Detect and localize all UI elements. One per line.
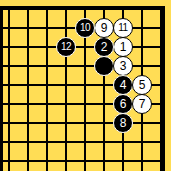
stone-black-4: 4	[113, 75, 133, 95]
grid-line-vertical-2	[46, 7, 48, 171]
stone-move-number: 2	[101, 41, 108, 53]
grid-line-vertical-3	[65, 7, 67, 171]
stone-move-number: 5	[139, 79, 146, 91]
board-edge-right	[160, 7, 165, 171]
stone-white-11: 11	[113, 18, 133, 38]
stone-black-6: 6	[113, 94, 133, 114]
grid-line-horizontal-8	[0, 160, 165, 162]
stone-move-number: 7	[139, 98, 146, 110]
grid-line-vertical-1	[27, 7, 29, 171]
stone-black-10: 10	[75, 18, 95, 38]
stone-white-7: 7	[132, 94, 152, 114]
stone-move-number: 4	[120, 79, 127, 91]
stone-move-number: 9	[101, 22, 108, 34]
stone-move-number: 8	[120, 117, 127, 129]
grid-line-horizontal-3	[0, 65, 165, 67]
stone-move-number: 3	[120, 60, 127, 72]
stone-black-hoshi-Q16	[94, 56, 114, 76]
stone-white-5: 5	[132, 75, 152, 95]
stone-move-number: 12	[61, 42, 71, 52]
go-board[interactable]: 123456789101112	[0, 0, 171, 171]
stone-white-3: 3	[113, 56, 133, 76]
stone-move-number: 11	[118, 23, 127, 33]
grid-line-horizontal-2	[0, 46, 165, 48]
diagram-crop-frame-left	[0, 6, 3, 171]
stone-white-9: 9	[94, 18, 114, 38]
board-edge-top	[0, 6, 165, 10]
grid-line-horizontal-7	[0, 141, 165, 143]
grid-line-vertical-0	[8, 7, 10, 171]
grid-line-horizontal-6	[0, 122, 165, 124]
stone-white-1: 1	[113, 37, 133, 57]
stone-black-8: 8	[113, 113, 133, 133]
stone-move-number: 1	[120, 41, 127, 53]
stone-move-number: 6	[120, 98, 127, 110]
stone-move-number: 10	[80, 23, 90, 33]
stone-black-2: 2	[94, 37, 114, 57]
stone-black-12: 12	[56, 37, 76, 57]
